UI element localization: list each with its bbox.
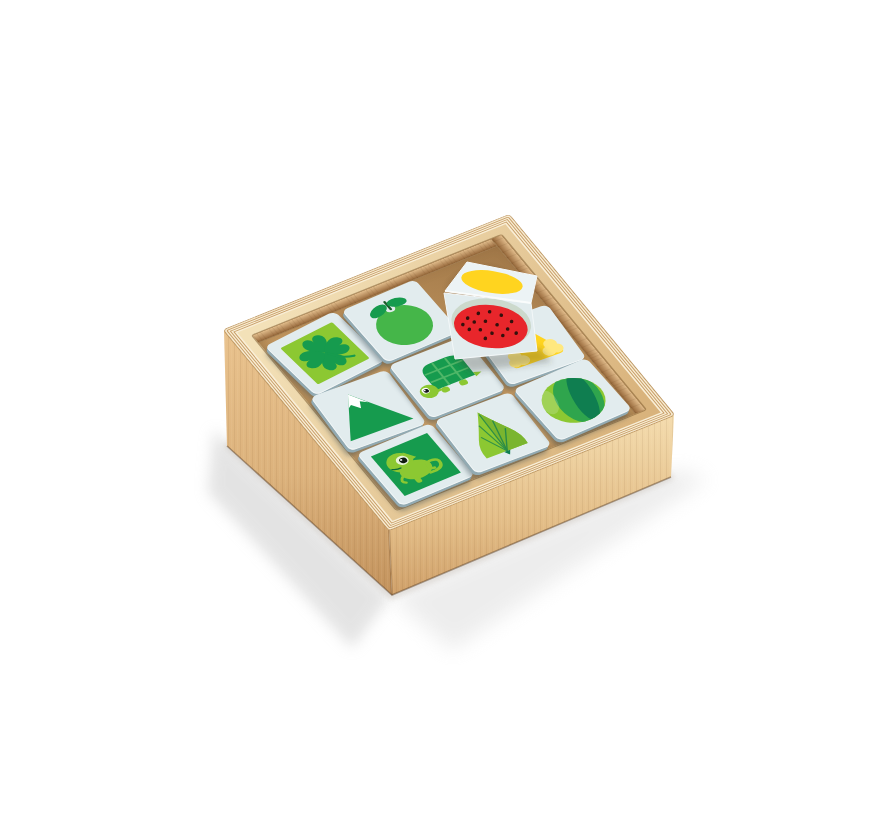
block-grid [264,249,631,506]
box-opening [253,235,646,510]
box-top-face [224,215,674,530]
product-photo-scene [0,0,890,820]
